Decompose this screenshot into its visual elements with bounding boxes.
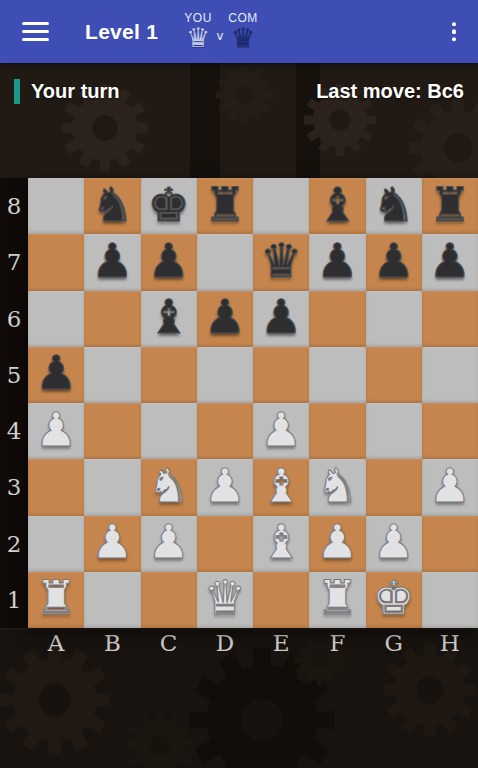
square-c8[interactable]: ♚	[141, 178, 197, 234]
square-a5[interactable]: ♟	[28, 347, 84, 403]
square-c4[interactable]	[141, 403, 197, 459]
square-f1[interactable]: ♜	[309, 572, 365, 628]
square-h8[interactable]: ♜	[422, 178, 478, 234]
white-bishop: ♝	[260, 518, 302, 565]
rank-label-3: 3	[0, 459, 28, 515]
black-rook: ♜	[429, 181, 471, 228]
black-pawn: ♟	[373, 237, 415, 284]
rank-label-7: 7	[0, 234, 28, 290]
square-d8[interactable]: ♜	[197, 178, 253, 234]
white-pawn: ♟	[316, 518, 358, 565]
square-h2[interactable]	[422, 516, 478, 572]
black-bishop: ♝	[148, 293, 190, 340]
black-pawn: ♟	[429, 237, 471, 284]
square-e5[interactable]	[253, 347, 309, 403]
board: ♞♚♜♝♞♜♟♟♛♟♟♟♝♟♟♟♟♟♞♟♝♞♟♟♟♝♟♟♜♛♜♚	[28, 178, 478, 628]
square-h6[interactable]	[422, 291, 478, 347]
file-label-c: C	[141, 628, 197, 658]
black-knight: ♞	[373, 181, 415, 228]
file-label-f: F	[309, 628, 365, 658]
square-c5[interactable]	[141, 347, 197, 403]
square-a4[interactable]: ♟	[28, 403, 84, 459]
turn-status: Your turn	[31, 80, 120, 103]
white-pawn: ♟	[429, 462, 471, 509]
square-g2[interactable]: ♟	[366, 516, 422, 572]
square-d3[interactable]: ♟	[197, 459, 253, 515]
square-f3[interactable]: ♞	[309, 459, 365, 515]
square-f7[interactable]: ♟	[309, 234, 365, 290]
square-g8[interactable]: ♞	[366, 178, 422, 234]
square-f2[interactable]: ♟	[309, 516, 365, 572]
square-a2[interactable]	[28, 516, 84, 572]
square-c1[interactable]	[141, 572, 197, 628]
square-g6[interactable]	[366, 291, 422, 347]
square-g7[interactable]: ♟	[366, 234, 422, 290]
last-move: Last move: Bc6	[316, 80, 464, 103]
rank-label-4: 4	[0, 403, 28, 459]
square-c7[interactable]: ♟	[141, 234, 197, 290]
black-pawn: ♟	[316, 237, 358, 284]
square-f6[interactable]	[309, 291, 365, 347]
black-pawn: ♟	[204, 293, 246, 340]
white-king: ♚	[373, 574, 415, 621]
file-label-a: A	[28, 628, 84, 658]
black-pawn: ♟	[260, 293, 302, 340]
square-a1[interactable]: ♜	[28, 572, 84, 628]
white-knight: ♞	[148, 462, 190, 509]
square-e6[interactable]: ♟	[253, 291, 309, 347]
status-row: Your turn Last move: Bc6	[0, 76, 478, 106]
white-pawn: ♟	[148, 518, 190, 565]
square-g3[interactable]	[366, 459, 422, 515]
overflow-menu-icon[interactable]	[448, 18, 461, 46]
square-b2[interactable]: ♟	[84, 516, 140, 572]
versus-label: v	[217, 28, 224, 43]
square-c2[interactable]: ♟	[141, 516, 197, 572]
file-label-g: G	[366, 628, 422, 658]
rank-label-2: 2	[0, 516, 28, 572]
square-h1[interactable]	[422, 572, 478, 628]
app-bar: Level 1 YOU ♛ v COM ♛	[0, 0, 478, 63]
square-a7[interactable]	[28, 234, 84, 290]
turn-accent-bar	[14, 79, 20, 104]
white-rook: ♜	[35, 574, 77, 621]
white-bishop: ♝	[260, 462, 302, 509]
square-b8[interactable]: ♞	[84, 178, 140, 234]
square-e1[interactable]	[253, 572, 309, 628]
rank-label-1: 1	[0, 572, 28, 628]
square-h3[interactable]: ♟	[422, 459, 478, 515]
white-rook: ♜	[316, 574, 358, 621]
square-b6[interactable]	[84, 291, 140, 347]
white-pawn: ♟	[373, 518, 415, 565]
white-pawn: ♟	[91, 518, 133, 565]
file-label-e: E	[253, 628, 309, 658]
square-d6[interactable]: ♟	[197, 291, 253, 347]
square-a8[interactable]	[28, 178, 84, 234]
rank-label-8: 8	[0, 178, 28, 234]
black-knight: ♞	[91, 181, 133, 228]
square-b3[interactable]	[84, 459, 140, 515]
black-king: ♚	[148, 181, 190, 228]
square-c3[interactable]: ♞	[141, 459, 197, 515]
square-e3[interactable]: ♝	[253, 459, 309, 515]
square-e8[interactable]	[253, 178, 309, 234]
square-c6[interactable]: ♝	[141, 291, 197, 347]
white-queen: ♛	[204, 574, 246, 621]
page-title: Level 1	[85, 20, 158, 44]
square-a6[interactable]	[28, 291, 84, 347]
white-knight: ♞	[316, 462, 358, 509]
square-e4[interactable]: ♟	[253, 403, 309, 459]
square-d7[interactable]	[197, 234, 253, 290]
black-pawn: ♟	[91, 237, 133, 284]
square-d4[interactable]	[197, 403, 253, 459]
black-queen: ♛	[260, 237, 302, 284]
square-a3[interactable]	[28, 459, 84, 515]
black-pawn: ♟	[35, 349, 77, 396]
square-h5[interactable]	[422, 347, 478, 403]
square-g4[interactable]	[366, 403, 422, 459]
square-f5[interactable]	[309, 347, 365, 403]
rank-label-5: 5	[0, 347, 28, 403]
square-e7[interactable]: ♛	[253, 234, 309, 290]
rank-label-6: 6	[0, 291, 28, 347]
square-b7[interactable]: ♟	[84, 234, 140, 290]
square-h4[interactable]	[422, 403, 478, 459]
players-indicator: YOU ♛ v COM ♛	[184, 12, 258, 51]
com-crown-icon: ♛	[231, 24, 255, 51]
square-f4[interactable]	[309, 403, 365, 459]
file-label-b: B	[84, 628, 140, 658]
white-pawn: ♟	[35, 406, 77, 453]
square-g1[interactable]: ♚	[366, 572, 422, 628]
square-d5[interactable]	[197, 347, 253, 403]
white-pawn: ♟	[204, 462, 246, 509]
you-crown-icon: ♛	[186, 24, 210, 51]
square-d1[interactable]: ♛	[197, 572, 253, 628]
white-pawn: ♟	[260, 406, 302, 453]
black-bishop: ♝	[316, 181, 358, 228]
square-e2[interactable]: ♝	[253, 516, 309, 572]
black-pawn: ♟	[148, 237, 190, 284]
file-label-h: H	[422, 628, 478, 658]
menu-icon[interactable]	[22, 22, 49, 41]
rank-labels: 87654321	[0, 178, 28, 628]
file-labels: ABCDEFGH	[28, 628, 478, 658]
square-b1[interactable]	[84, 572, 140, 628]
square-b5[interactable]	[84, 347, 140, 403]
square-d2[interactable]	[197, 516, 253, 572]
square-g5[interactable]	[366, 347, 422, 403]
file-label-d: D	[197, 628, 253, 658]
black-rook: ♜	[204, 181, 246, 228]
square-f8[interactable]: ♝	[309, 178, 365, 234]
square-b4[interactable]	[84, 403, 140, 459]
square-h7[interactable]: ♟	[422, 234, 478, 290]
